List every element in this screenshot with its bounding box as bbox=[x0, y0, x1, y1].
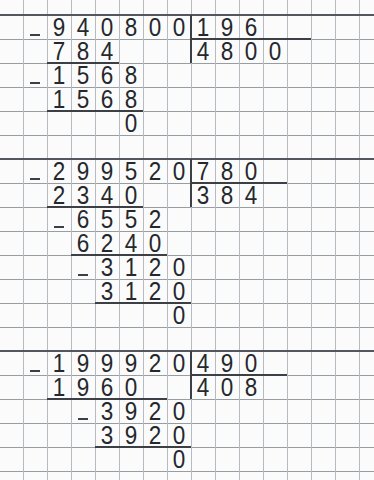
problem-2-subtrahend-digit: 4 bbox=[96, 183, 118, 207]
problem-3-minus-sign bbox=[78, 418, 88, 420]
problem-2-subtract-line bbox=[95, 302, 191, 304]
problem-1-partial-remainder-digit: 6 bbox=[96, 63, 118, 87]
problem-2-subtrahend-digit: 0 bbox=[120, 183, 142, 207]
problem-1-subtrahend-digit: 1 bbox=[48, 87, 70, 111]
problem-3-subtrahend-digit: 3 bbox=[96, 423, 118, 447]
problem-3-dividend-digit: 1 bbox=[48, 351, 70, 375]
problem-1-partial-remainder-digit: 1 bbox=[48, 63, 70, 87]
problem-1-subtrahend-digit: 5 bbox=[72, 87, 94, 111]
problem-1-divisor-digit: 9 bbox=[216, 15, 238, 39]
problem-2-partial-remainder-digit: 2 bbox=[144, 207, 166, 231]
problem-3-partial-remainder-digit: 3 bbox=[96, 399, 118, 423]
problem-2-partial-remainder-digit: 1 bbox=[120, 255, 142, 279]
problem-2-minus-sign bbox=[30, 178, 40, 180]
problem-1-partial-remainder-digit: 5 bbox=[72, 63, 94, 87]
problem-1-dividend-digit: 9 bbox=[48, 15, 70, 39]
problem-2-dividend-digit: 5 bbox=[120, 159, 142, 183]
problem-2-subtrahend-digit: 0 bbox=[168, 279, 190, 303]
problem-2-minus-sign bbox=[78, 274, 88, 276]
problem-2-partial-remainder-digit: 5 bbox=[96, 207, 118, 231]
problem-1-dividend-digit: 8 bbox=[120, 15, 142, 39]
problem-3-subtrahend-digit: 6 bbox=[96, 375, 118, 399]
problem-1-subtract-line bbox=[47, 62, 119, 64]
squared-paper-worksheet: 9408001967844800156815680299520780234038… bbox=[0, 0, 374, 480]
problem-1-subtrahend-digit: 8 bbox=[72, 39, 94, 63]
problem-2-subtrahend-digit: 2 bbox=[48, 183, 70, 207]
problem-3-subtrahend-digit: 9 bbox=[72, 375, 94, 399]
problem-1-quotient-digit: 0 bbox=[264, 39, 286, 63]
problem-2-partial-remainder-digit: 5 bbox=[120, 207, 142, 231]
problem-1-minus-sign bbox=[30, 82, 40, 84]
problem-1-minus-sign bbox=[30, 34, 40, 36]
problem-3-partial-remainder-digit: 0 bbox=[168, 399, 190, 423]
problem-3-subtrahend-digit: 9 bbox=[120, 423, 142, 447]
problem-3-dividend-digit: 9 bbox=[72, 351, 94, 375]
problem-3-quotient-digit: 4 bbox=[192, 375, 214, 399]
problem-2-dividend-digit: 9 bbox=[72, 159, 94, 183]
problem-2-partial-remainder-digit: 3 bbox=[96, 255, 118, 279]
problem-1-subtrahend-digit: 6 bbox=[96, 87, 118, 111]
problem-2-partial-remainder-digit: 6 bbox=[72, 207, 94, 231]
problem-2-quotient-digit: 4 bbox=[240, 183, 262, 207]
problem-2-remainder-digit: 0 bbox=[168, 303, 190, 327]
problem-2-subtrahend-digit: 6 bbox=[72, 231, 94, 255]
problem-1-quotient-digit: 4 bbox=[192, 39, 214, 63]
problem-1-divisor-digit: 6 bbox=[240, 15, 262, 39]
problem-2-dividend-digit: 9 bbox=[96, 159, 118, 183]
problem-1-dividend-digit: 0 bbox=[96, 15, 118, 39]
problem-3-dividend-digit: 0 bbox=[168, 351, 190, 375]
problem-1-dividend-digit: 0 bbox=[144, 15, 166, 39]
problem-2-subtrahend-digit: 1 bbox=[120, 279, 142, 303]
problem-2-quotient-digit: 3 bbox=[192, 183, 214, 207]
problem-3-divisor-digit: 4 bbox=[192, 351, 214, 375]
problem-2-subtrahend-digit: 4 bbox=[120, 231, 142, 255]
problem-3-divisor-digit: 9 bbox=[216, 351, 238, 375]
problem-2-subtrahend-digit: 3 bbox=[72, 183, 94, 207]
problem-1-divisor-digit: 1 bbox=[192, 15, 214, 39]
problem-1-partial-remainder-digit: 8 bbox=[120, 63, 142, 87]
problem-1-subtrahend-digit: 8 bbox=[120, 87, 142, 111]
problem-2-subtrahend-digit: 2 bbox=[144, 279, 166, 303]
problem-1-subtract-line bbox=[47, 110, 143, 112]
problem-2-subtrahend-digit: 3 bbox=[96, 279, 118, 303]
problem-2-subtrahend-digit: 0 bbox=[144, 231, 166, 255]
problem-2-dividend-digit: 0 bbox=[168, 159, 190, 183]
problem-2-subtract-line bbox=[71, 254, 167, 256]
problem-1-subtrahend-digit: 7 bbox=[48, 39, 70, 63]
problem-3-subtract-line bbox=[47, 398, 167, 400]
problem-3-quotient-line bbox=[191, 374, 287, 376]
problem-2-quotient-line bbox=[191, 182, 287, 184]
problem-2-minus-sign bbox=[54, 226, 64, 228]
problem-3-subtrahend-digit: 1 bbox=[48, 375, 70, 399]
problem-2-subtrahend-digit: 2 bbox=[96, 231, 118, 255]
problem-2-dividend-digit: 2 bbox=[144, 159, 166, 183]
problem-3-dividend-digit: 2 bbox=[144, 351, 166, 375]
problem-2-divisor-digit: 0 bbox=[240, 159, 262, 183]
problem-3-subtrahend-digit: 0 bbox=[168, 423, 190, 447]
problem-2-divisor-digit: 7 bbox=[192, 159, 214, 183]
problem-3-dividend-digit: 9 bbox=[120, 351, 142, 375]
problem-2-quotient-digit: 8 bbox=[216, 183, 238, 207]
problem-2-divisor-digit: 8 bbox=[216, 159, 238, 183]
problem-2-partial-remainder-digit: 2 bbox=[144, 255, 166, 279]
problem-2-partial-remainder-digit: 0 bbox=[168, 255, 190, 279]
problem-3-partial-remainder-digit: 9 bbox=[120, 399, 142, 423]
problem-1-subtrahend-digit: 4 bbox=[96, 39, 118, 63]
problem-1-dividend-digit: 4 bbox=[72, 15, 94, 39]
problem-3-quotient-digit: 8 bbox=[240, 375, 262, 399]
problem-3-remainder-digit: 0 bbox=[168, 447, 190, 471]
problem-3-dividend-digit: 9 bbox=[96, 351, 118, 375]
problem-1-remainder-digit: 0 bbox=[120, 111, 142, 135]
problem-3-subtract-line bbox=[95, 446, 191, 448]
problem-2-subtract-line bbox=[47, 206, 143, 208]
problem-1-quotient-digit: 8 bbox=[216, 39, 238, 63]
problem-2-dividend-digit: 2 bbox=[48, 159, 70, 183]
problem-3-subtrahend-digit: 0 bbox=[120, 375, 142, 399]
problem-3-quotient-digit: 0 bbox=[216, 375, 238, 399]
problem-3-subtrahend-digit: 2 bbox=[144, 423, 166, 447]
problem-1-quotient-line bbox=[191, 38, 311, 40]
problem-1-quotient-digit: 0 bbox=[240, 39, 262, 63]
problem-3-minus-sign bbox=[30, 370, 40, 372]
problem-3-partial-remainder-digit: 2 bbox=[144, 399, 166, 423]
problem-1-dividend-digit: 0 bbox=[168, 15, 190, 39]
problem-3-divisor-digit: 0 bbox=[240, 351, 262, 375]
